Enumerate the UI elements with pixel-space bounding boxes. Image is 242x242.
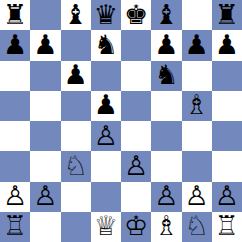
black-rook-a8[interactable]: ♜ xyxy=(3,1,27,28)
black-pawn-f7[interactable]: ♟ xyxy=(154,31,178,58)
square-d3[interactable] xyxy=(91,151,121,181)
square-h7[interactable]: ♟ xyxy=(212,30,242,60)
white-pawn-e3[interactable]: ♙ xyxy=(124,152,148,179)
square-c2[interactable] xyxy=(61,182,91,212)
square-e4[interactable] xyxy=(121,121,151,151)
square-a7[interactable]: ♟ xyxy=(0,30,30,60)
square-f5[interactable] xyxy=(151,91,181,121)
square-e3[interactable]: ♙ xyxy=(121,151,151,181)
square-c1[interactable] xyxy=(61,212,91,242)
white-bishop-f1[interactable]: ♗ xyxy=(154,212,178,239)
square-e1[interactable]: ♔ xyxy=(121,212,151,242)
white-pawn-h2[interactable]: ♙ xyxy=(215,182,239,209)
white-pawn-g2[interactable]: ♙ xyxy=(185,182,209,209)
square-a3[interactable] xyxy=(0,151,30,181)
square-a5[interactable] xyxy=(0,91,30,121)
square-b6[interactable] xyxy=(30,61,60,91)
square-h2[interactable]: ♙ xyxy=(212,182,242,212)
black-knight-d7[interactable]: ♞ xyxy=(94,31,118,58)
square-h5[interactable] xyxy=(212,91,242,121)
chess-board: ♜♝♛♚♝♜♟♟♞♟♟♟♟♞♟♗♙♘♙♙♙♙♙♙♖♕♔♗♘♖ xyxy=(0,0,242,242)
square-g8[interactable] xyxy=(182,0,212,30)
white-pawn-f2[interactable]: ♙ xyxy=(154,182,178,209)
square-e5[interactable] xyxy=(121,91,151,121)
square-d7[interactable]: ♞ xyxy=(91,30,121,60)
square-b4[interactable] xyxy=(30,121,60,151)
square-g4[interactable] xyxy=(182,121,212,151)
square-g6[interactable] xyxy=(182,61,212,91)
white-pawn-a2[interactable]: ♙ xyxy=(3,182,27,209)
square-g5[interactable]: ♗ xyxy=(182,91,212,121)
square-f8[interactable]: ♝ xyxy=(151,0,181,30)
black-king-e8[interactable]: ♚ xyxy=(124,1,148,28)
white-king-e1[interactable]: ♔ xyxy=(124,212,148,239)
square-g3[interactable] xyxy=(182,151,212,181)
square-c3[interactable]: ♘ xyxy=(61,151,91,181)
square-b8[interactable] xyxy=(30,0,60,30)
white-pawn-d4[interactable]: ♙ xyxy=(94,122,118,149)
black-rook-h8[interactable]: ♜ xyxy=(215,1,239,28)
square-d5[interactable]: ♟ xyxy=(91,91,121,121)
square-a4[interactable] xyxy=(0,121,30,151)
black-pawn-h7[interactable]: ♟ xyxy=(215,31,239,58)
black-knight-f6[interactable]: ♞ xyxy=(154,61,178,88)
black-pawn-b7[interactable]: ♟ xyxy=(33,31,57,58)
square-e6[interactable] xyxy=(121,61,151,91)
black-pawn-c6[interactable]: ♟ xyxy=(64,61,88,88)
square-e7[interactable] xyxy=(121,30,151,60)
square-b3[interactable] xyxy=(30,151,60,181)
square-e8[interactable]: ♚ xyxy=(121,0,151,30)
black-bishop-f8[interactable]: ♝ xyxy=(154,1,178,28)
square-h8[interactable]: ♜ xyxy=(212,0,242,30)
square-b7[interactable]: ♟ xyxy=(30,30,60,60)
square-f7[interactable]: ♟ xyxy=(151,30,181,60)
square-c7[interactable] xyxy=(61,30,91,60)
square-h1[interactable]: ♖ xyxy=(212,212,242,242)
square-c6[interactable]: ♟ xyxy=(61,61,91,91)
square-d6[interactable] xyxy=(91,61,121,91)
square-b1[interactable] xyxy=(30,212,60,242)
square-g2[interactable]: ♙ xyxy=(182,182,212,212)
square-h3[interactable] xyxy=(212,151,242,181)
square-a6[interactable] xyxy=(0,61,30,91)
black-pawn-g7[interactable]: ♟ xyxy=(185,31,209,58)
square-f3[interactable] xyxy=(151,151,181,181)
black-bishop-c8[interactable]: ♝ xyxy=(64,1,88,28)
square-c4[interactable] xyxy=(61,121,91,151)
square-h6[interactable] xyxy=(212,61,242,91)
black-pawn-d5[interactable]: ♟ xyxy=(94,91,118,118)
white-rook-a1[interactable]: ♖ xyxy=(3,212,27,239)
square-f2[interactable]: ♙ xyxy=(151,182,181,212)
white-knight-g1[interactable]: ♘ xyxy=(185,212,209,239)
white-rook-h1[interactable]: ♖ xyxy=(215,212,239,239)
square-c5[interactable] xyxy=(61,91,91,121)
square-e2[interactable] xyxy=(121,182,151,212)
square-f1[interactable]: ♗ xyxy=(151,212,181,242)
square-h4[interactable] xyxy=(212,121,242,151)
white-bishop-g5[interactable]: ♗ xyxy=(185,91,209,118)
square-d8[interactable]: ♛ xyxy=(91,0,121,30)
square-g1[interactable]: ♘ xyxy=(182,212,212,242)
square-a8[interactable]: ♜ xyxy=(0,0,30,30)
square-a2[interactable]: ♙ xyxy=(0,182,30,212)
black-pawn-a7[interactable]: ♟ xyxy=(3,31,27,58)
white-queen-d1[interactable]: ♕ xyxy=(94,212,118,239)
square-c8[interactable]: ♝ xyxy=(61,0,91,30)
white-pawn-b2[interactable]: ♙ xyxy=(33,182,57,209)
square-a1[interactable]: ♖ xyxy=(0,212,30,242)
square-b5[interactable] xyxy=(30,91,60,121)
square-f4[interactable] xyxy=(151,121,181,151)
square-d1[interactable]: ♕ xyxy=(91,212,121,242)
white-knight-c3[interactable]: ♘ xyxy=(64,152,88,179)
square-f6[interactable]: ♞ xyxy=(151,61,181,91)
square-g7[interactable]: ♟ xyxy=(182,30,212,60)
square-b2[interactable]: ♙ xyxy=(30,182,60,212)
square-d4[interactable]: ♙ xyxy=(91,121,121,151)
black-queen-d8[interactable]: ♛ xyxy=(94,1,118,28)
square-d2[interactable] xyxy=(91,182,121,212)
